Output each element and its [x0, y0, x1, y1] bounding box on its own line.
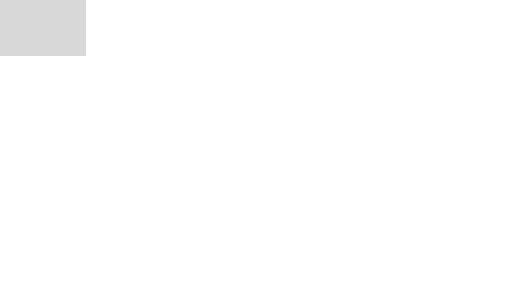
row-clues	[0, 56, 86, 305]
watermark-corner	[0, 0, 86, 56]
nonogram-puzzle	[0, 0, 509, 306]
puzzle-grid[interactable]	[86, 56, 492, 305]
column-clues	[86, 0, 492, 56]
site-sidebar	[492, 0, 509, 306]
